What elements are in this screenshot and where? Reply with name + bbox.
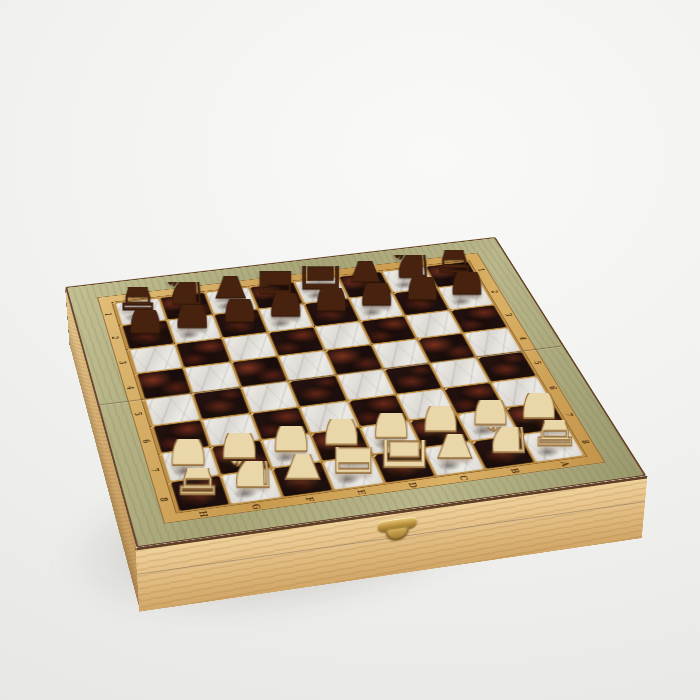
folding-chess-box: 12345678 12345678 HGFEDCBA ◆◆◆◆◆◆◆◆ ♜♞♝♛… xyxy=(65,237,647,548)
product-photo: 12345678 12345678 HGFEDCBA ◆◆◆◆◆◆◆◆ ♜♞♝♛… xyxy=(0,0,700,700)
brass-latch xyxy=(373,515,422,546)
piece-light-rook-h8[interactable]: ♜ xyxy=(128,404,267,511)
perspective-scene: 12345678 12345678 HGFEDCBA ◆◆◆◆◆◆◆◆ ♜♞♝♛… xyxy=(0,0,700,700)
